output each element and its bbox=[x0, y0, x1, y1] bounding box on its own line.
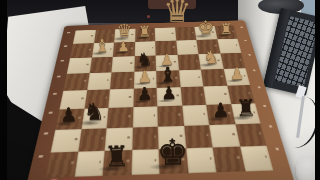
chessboard-photo: ♛ MILLENNIUM Exclusive ♛♜♚♜♝♟♞♟♞♟♝♟♟♟♟♞♟… bbox=[0, 0, 320, 180]
vignette bbox=[0, 0, 320, 180]
letterbox-right bbox=[315, 0, 320, 180]
letterbox-left bbox=[0, 0, 7, 180]
